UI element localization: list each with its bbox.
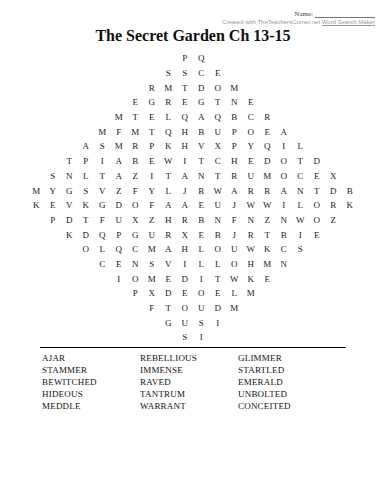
word-list-item: EMERALD	[238, 376, 348, 388]
grid-cell: H	[177, 139, 194, 154]
grid-cell: H	[177, 124, 194, 139]
grid-cell: V	[193, 139, 210, 154]
grid-cell: I	[94, 154, 111, 169]
grid-cell: R	[177, 213, 194, 228]
grid-cell: F	[111, 124, 128, 139]
grid-cell: Q	[177, 110, 194, 125]
grid-cell: K	[160, 139, 177, 154]
grid-cell: O	[210, 80, 227, 95]
grid-cell: N	[226, 95, 243, 110]
grid-cell: L	[292, 139, 309, 154]
grid-cell: E	[144, 110, 161, 125]
grid-cell: B	[342, 183, 359, 198]
grid-cell: K	[259, 242, 276, 257]
word-list-column: GLIMMERSTARTLEDEMERALDUNBOLTEDCONCEITED	[238, 352, 348, 412]
grid-cell: T	[160, 169, 177, 184]
grid-cell: L	[226, 286, 243, 301]
grid-cell: M	[226, 80, 243, 95]
grid-cell: Y	[45, 183, 62, 198]
grid-cell: D	[160, 286, 177, 301]
grid-cell: M	[226, 301, 243, 316]
grid-cell: L	[193, 242, 210, 257]
grid-cell: T	[193, 154, 210, 169]
grid-cell: W	[292, 213, 309, 228]
grid-cell: D	[210, 301, 227, 316]
grid-cell: E	[309, 169, 326, 184]
grid-cell: A	[177, 198, 194, 213]
grid-cell: R	[325, 198, 342, 213]
grid-cell: M	[144, 271, 161, 286]
grid-cell: L	[78, 169, 95, 184]
grid-cell: W	[259, 198, 276, 213]
grid-cell: I	[177, 154, 194, 169]
grid-cell: D	[177, 271, 194, 286]
word-list-item: UNBOLTED	[238, 388, 348, 400]
grid-cell: P	[226, 124, 243, 139]
grid-cell: B	[127, 154, 144, 169]
word-list-item: IMMENSE	[140, 364, 238, 376]
grid-cell: J	[177, 183, 194, 198]
credit-line: Created with TheTeachersCorner.net Word …	[222, 19, 375, 25]
word-list-item: WARRANT	[140, 400, 238, 412]
grid-cell: S	[144, 257, 161, 272]
grid-cell: X	[177, 227, 194, 242]
word-list-item: CONCEITED	[238, 400, 348, 412]
grid-cell: I	[292, 227, 309, 242]
grid-cell: D	[259, 154, 276, 169]
grid-cell: O	[177, 301, 194, 316]
grid-cell: X	[144, 286, 161, 301]
word-list-item: REBELLIOUS	[140, 352, 238, 364]
grid-cell: N	[210, 213, 227, 228]
grid-cell: N	[127, 257, 144, 272]
grid-cell: C	[292, 169, 309, 184]
grid-cell: Z	[127, 169, 144, 184]
grid-cell: R	[259, 183, 276, 198]
grid-cell: C	[276, 242, 293, 257]
grid-cell: D	[193, 80, 210, 95]
grid-cell: W	[243, 242, 260, 257]
grid-cell: T	[127, 110, 144, 125]
grid-cell: S	[193, 315, 210, 330]
grid-cell: N	[276, 257, 293, 272]
grid-cell: E	[259, 124, 276, 139]
grid-cell: E	[259, 271, 276, 286]
grid-cell: P	[45, 213, 62, 228]
word-search-grid: PQSSCERMTDOMEGREGTNEMTELQAQBCRMFMTQHBUPO…	[28, 51, 358, 345]
grid-cell: J	[226, 198, 243, 213]
grid-cell: T	[61, 154, 78, 169]
grid-cell: M	[111, 110, 128, 125]
word-list-item: GLIMMER	[238, 352, 348, 364]
grid-cell: B	[193, 213, 210, 228]
word-list-column: REBELLIOUSIMMENSERAVEDTANTRUMWARRANT	[140, 352, 238, 412]
grid-cell: S	[45, 169, 62, 184]
name-row: Name:	[294, 10, 375, 18]
grid-cell: A	[276, 183, 293, 198]
grid-cell: Q	[160, 124, 177, 139]
grid-cell: A	[160, 242, 177, 257]
grid-cell: A	[276, 124, 293, 139]
grid-cell: E	[177, 95, 194, 110]
grid-cell: U	[177, 315, 194, 330]
grid-cell: M	[160, 80, 177, 95]
grid-cell: E	[144, 154, 161, 169]
grid-cell: N	[61, 169, 78, 184]
grid-cell: P	[111, 227, 128, 242]
grid-cell: T	[309, 183, 326, 198]
grid-cell: L	[94, 242, 111, 257]
grid-cell: M	[259, 169, 276, 184]
grid-cell: L	[160, 183, 177, 198]
grid-cell: F	[144, 198, 161, 213]
grid-cell: X	[127, 213, 144, 228]
word-list-item: MEDDLE	[42, 400, 140, 412]
grid-cell: O	[309, 198, 326, 213]
grid-cell: N	[276, 213, 293, 228]
grid-cell: U	[243, 169, 260, 184]
grid-cell: D	[78, 227, 95, 242]
word-list-item: AJAR	[42, 352, 140, 364]
grid-cell: U	[226, 242, 243, 257]
grid-cell: B	[210, 227, 227, 242]
grid-cell: O	[243, 124, 260, 139]
grid-cell: T	[144, 124, 161, 139]
grid-cell: R	[144, 80, 161, 95]
grid-cell: N	[292, 183, 309, 198]
grid-cell: Y	[144, 183, 161, 198]
grid-cell: Q	[210, 110, 227, 125]
grid-cell: E	[243, 154, 260, 169]
credit-link[interactable]: Word Search Maker	[322, 19, 375, 25]
grid-cell: B	[276, 227, 293, 242]
grid-cell: M	[259, 257, 276, 272]
grid-cell: A	[78, 139, 95, 154]
grid-cell: K	[28, 198, 45, 213]
grid-cell: E	[309, 227, 326, 242]
grid-cell: O	[309, 213, 326, 228]
grid-cell: O	[78, 242, 95, 257]
grid-cell: P	[226, 139, 243, 154]
grid-cell: V	[61, 198, 78, 213]
grid-cell: E	[193, 198, 210, 213]
grid-cell: I	[177, 257, 194, 272]
grid-cell: L	[160, 110, 177, 125]
grid-cell: Z	[111, 183, 128, 198]
grid-cell: G	[160, 315, 177, 330]
grid-cell: Y	[243, 139, 260, 154]
grid-cell: K	[342, 198, 359, 213]
word-list: AJARSTAMMERBEWITCHEDHIDEOUSMEDDLEREBELLI…	[42, 352, 348, 412]
grid-cell: I	[111, 271, 128, 286]
grid-cell: X	[210, 139, 227, 154]
credit-text: Created with TheTeachersCorner.net	[222, 19, 322, 25]
grid-cell: E	[243, 95, 260, 110]
grid-cell: I	[276, 139, 293, 154]
grid-cell: T	[259, 227, 276, 242]
grid-cell: I	[144, 169, 161, 184]
grid-cell: Q	[111, 242, 128, 257]
grid-cell: Q	[259, 139, 276, 154]
grid-cell: L	[292, 198, 309, 213]
grid-cell: C	[243, 110, 260, 125]
grid-cell: Z	[325, 213, 342, 228]
grid-cell: W	[226, 271, 243, 286]
grid-cell: U	[210, 124, 227, 139]
grid-cell: P	[127, 286, 144, 301]
word-list-item: STARTLED	[238, 364, 348, 376]
grid-cell: N	[243, 213, 260, 228]
grid-cell: F	[144, 301, 161, 316]
grid-cell: W	[243, 198, 260, 213]
grid-cell: R	[127, 139, 144, 154]
grid-cell: K	[78, 198, 95, 213]
grid-cell: I	[276, 198, 293, 213]
grid-cell: H	[177, 242, 194, 257]
grid-cell: T	[210, 169, 227, 184]
grid-cell: P	[177, 51, 194, 66]
grid-cell: S	[177, 66, 194, 81]
grid-cell: A	[111, 169, 128, 184]
grid-cell: Z	[259, 213, 276, 228]
grid-cell: O	[276, 154, 293, 169]
grid-cell: F	[94, 213, 111, 228]
grid-cell: G	[127, 227, 144, 242]
grid-cell: R	[243, 227, 260, 242]
grid-cell: S	[94, 139, 111, 154]
grid-cell: P	[144, 139, 161, 154]
grid-cell: E	[127, 95, 144, 110]
grid-cell: R	[193, 183, 210, 198]
grid-cell: M	[111, 139, 128, 154]
grid-cell: H	[160, 213, 177, 228]
grid-cell: E	[210, 286, 227, 301]
grid-cell: N	[193, 169, 210, 184]
grid-cell: D	[61, 213, 78, 228]
grid-cell: C	[210, 154, 227, 169]
grid-cell: M	[243, 286, 260, 301]
grid-cell: O	[226, 257, 243, 272]
grid-cell: R	[160, 95, 177, 110]
grid-cell: O	[276, 169, 293, 184]
grid-cell: M	[144, 242, 161, 257]
grid-cell: F	[226, 213, 243, 228]
divider-line	[40, 347, 346, 348]
grid-cell: D	[111, 198, 128, 213]
grid-cell: M	[94, 124, 111, 139]
grid-cell: G	[144, 95, 161, 110]
grid-cell: T	[210, 95, 227, 110]
grid-cell: G	[94, 198, 111, 213]
grid-cell: E	[160, 271, 177, 286]
grid-cell: I	[193, 330, 210, 345]
word-list-item: RAVED	[140, 376, 238, 388]
grid-cell: G	[193, 95, 210, 110]
grid-cell: Q	[193, 51, 210, 66]
grid-cell: S	[160, 66, 177, 81]
grid-cell: D	[309, 154, 326, 169]
grid-cell: T	[94, 169, 111, 184]
grid-cell: A	[111, 154, 128, 169]
grid-cell: W	[210, 183, 227, 198]
grid-cell: C	[127, 242, 144, 257]
grid-cell: E	[111, 257, 128, 272]
grid-cell: A	[160, 198, 177, 213]
grid-cell: O	[210, 242, 227, 257]
grid-cell: R	[160, 227, 177, 242]
grid-cell: S	[78, 183, 95, 198]
grid-cell: J	[226, 227, 243, 242]
grid-cell: S	[177, 330, 194, 345]
grid-cell: Z	[144, 213, 161, 228]
word-list-item: STAMMER	[42, 364, 140, 376]
grid-cell: O	[127, 271, 144, 286]
grid-cell: B	[226, 110, 243, 125]
grid-cell: E	[177, 286, 194, 301]
grid-cell: W	[160, 154, 177, 169]
grid-cell: G	[61, 183, 78, 198]
name-blank-line	[315, 10, 375, 18]
grid-cell: A	[226, 183, 243, 198]
grid-cell: Q	[94, 227, 111, 242]
puzzle-title: The Secret Garden Ch 13-15	[0, 27, 386, 45]
grid-cell: U	[210, 198, 227, 213]
grid-cell: T	[177, 80, 194, 95]
grid-cell: V	[94, 183, 111, 198]
grid-cell: M	[28, 183, 45, 198]
grid-cell: R	[259, 110, 276, 125]
grid-cell: S	[292, 242, 309, 257]
worksheet-page: Name: Created with TheTeachersCorner.net…	[0, 0, 386, 500]
grid-cell: T	[210, 271, 227, 286]
grid-cell: L	[193, 257, 210, 272]
grid-cell: R	[226, 169, 243, 184]
word-list-column: AJARSTAMMERBEWITCHEDHIDEOUSMEDDLE	[42, 352, 140, 412]
grid-cell: U	[193, 301, 210, 316]
grid-cell: D	[325, 183, 342, 198]
grid-cell: V	[160, 257, 177, 272]
grid-cell: R	[243, 183, 260, 198]
grid-cell: H	[226, 154, 243, 169]
name-label: Name:	[294, 10, 313, 18]
grid-cell: X	[325, 169, 342, 184]
grid-cell: M	[127, 124, 144, 139]
word-list-item: HIDEOUS	[42, 388, 140, 400]
grid-cell: T	[292, 154, 309, 169]
grid-cell: U	[111, 213, 128, 228]
grid-cell: T	[160, 301, 177, 316]
grid-cell: C	[94, 257, 111, 272]
grid-cell: O	[127, 198, 144, 213]
grid-cell: L	[210, 257, 227, 272]
grid-cell: E	[210, 66, 227, 81]
grid-cell: K	[61, 227, 78, 242]
grid-cell: B	[193, 124, 210, 139]
grid-cell: C	[193, 66, 210, 81]
grid-cell: P	[78, 154, 95, 169]
grid-cell: U	[144, 227, 161, 242]
grid-cell: E	[193, 227, 210, 242]
grid-cell: F	[127, 183, 144, 198]
word-list-item: TANTRUM	[140, 388, 238, 400]
word-list-item: BEWITCHED	[42, 376, 140, 388]
grid-cell: I	[210, 315, 227, 330]
grid-cell: E	[45, 198, 62, 213]
grid-cell: H	[243, 257, 260, 272]
grid-cell: I	[193, 271, 210, 286]
grid-cell: A	[177, 169, 194, 184]
grid-cell: A	[193, 110, 210, 125]
grid-cell: O	[193, 286, 210, 301]
grid-cell: K	[243, 271, 260, 286]
grid-cell: T	[78, 213, 95, 228]
